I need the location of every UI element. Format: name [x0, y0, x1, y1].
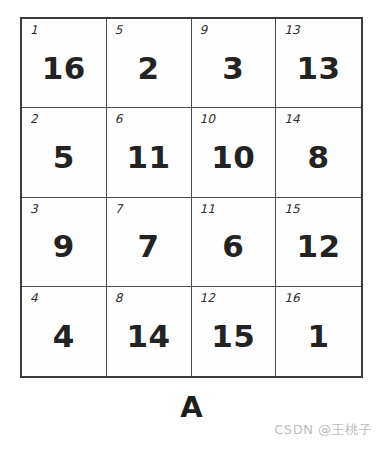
magic-square-board: 1165293131325611101014839771161512448141…: [20, 17, 363, 378]
cell-value: 1: [276, 287, 361, 376]
cell-value: 16: [22, 19, 106, 107]
cell: 148: [276, 108, 361, 197]
cell: 77: [107, 198, 192, 287]
cell-value: 9: [22, 198, 106, 286]
cell-value: 5: [22, 108, 106, 196]
cell: 1313: [276, 19, 361, 108]
cell-value: 3: [192, 19, 276, 107]
cell: 44: [22, 287, 107, 376]
board-label: A: [20, 390, 363, 424]
cell-value: 15: [192, 287, 276, 376]
cell: 814: [107, 287, 192, 376]
cell-value: 13: [276, 19, 361, 107]
cell-value: 12: [276, 198, 361, 286]
cell-value: 7: [107, 198, 191, 286]
cell: 25: [22, 108, 107, 197]
cell-value: 8: [276, 108, 361, 196]
cell: 116: [192, 198, 277, 287]
cell: 1215: [192, 287, 277, 376]
watermark: CSDN @王桃子: [274, 421, 372, 439]
cell: 611: [107, 108, 192, 197]
cell: 93: [192, 19, 277, 108]
cell-value: 6: [192, 198, 276, 286]
cell: 52: [107, 19, 192, 108]
cell-value: 14: [107, 287, 191, 376]
cell-value: 11: [107, 108, 191, 196]
cell-value: 2: [107, 19, 191, 107]
cell: 116: [22, 19, 107, 108]
cell: 1010: [192, 108, 277, 197]
cell: 39: [22, 198, 107, 287]
cell: 161: [276, 287, 361, 376]
cell-value: 4: [22, 287, 106, 376]
cell-value: 10: [192, 108, 276, 196]
cell: 1512: [276, 198, 361, 287]
